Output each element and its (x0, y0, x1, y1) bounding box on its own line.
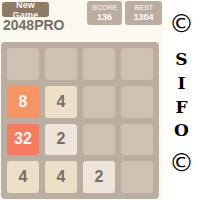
best-value: 1304 (133, 12, 153, 23)
watermark-letter: F (163, 99, 200, 116)
cell-empty (121, 48, 153, 80)
game-background: New Game 2048PRO SCORE 136 BEST 1304 843… (0, 0, 163, 200)
cell-empty (83, 86, 115, 118)
board[interactable]: 84322442 (1, 42, 159, 199)
score-value: 136 (97, 12, 112, 23)
cell-empty (121, 86, 153, 118)
cell-empty (83, 48, 115, 80)
best-label: BEST (134, 4, 153, 12)
page-title: 2048PRO (3, 17, 64, 33)
score-box: SCORE 136 (87, 1, 122, 25)
tile-32: 32 (7, 124, 39, 156)
tile-2: 2 (45, 124, 77, 156)
tile-4: 4 (7, 161, 39, 193)
new-game-button[interactable]: New Game (2, 2, 49, 17)
watermark-letter: S (163, 51, 200, 68)
watermark-letter: O (163, 122, 200, 139)
cell-empty (83, 124, 115, 156)
cell-empty (7, 48, 39, 80)
score-label: SCORE (92, 4, 117, 12)
cell-empty (121, 161, 153, 193)
copyright-icon: © (163, 11, 200, 36)
tile-4: 4 (45, 86, 77, 118)
watermark-letter: I (163, 75, 200, 92)
score-panel: SCORE 136 BEST 1304 (87, 1, 162, 25)
tile-8: 8 (7, 86, 39, 118)
tile-4: 4 (45, 161, 77, 193)
cell-empty (45, 48, 77, 80)
tile-2: 2 (83, 161, 115, 193)
cell-empty (121, 124, 153, 156)
best-box: BEST 1304 (125, 1, 162, 25)
copyright-icon: © (163, 150, 200, 175)
